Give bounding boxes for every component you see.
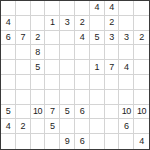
cell-r10c1-empty[interactable] — [1, 134, 16, 149]
cell-r6c1-empty[interactable] — [1, 75, 16, 90]
cell-r4c7-empty[interactable] — [90, 45, 105, 60]
cell-r1c3-empty[interactable] — [31, 1, 46, 16]
cell-r8c9-clue[interactable]: 10 — [119, 105, 134, 120]
cell-r4c8-empty[interactable] — [105, 45, 120, 60]
cell-r8c8-empty[interactable] — [105, 105, 120, 120]
cell-r6c8-empty[interactable] — [105, 75, 120, 90]
cell-r9c5-empty[interactable] — [60, 119, 75, 134]
cell-r1c5-empty[interactable] — [60, 1, 75, 16]
cell-r5c7-clue[interactable]: 1 — [90, 60, 105, 75]
cell-r3c2-clue[interactable]: 7 — [16, 31, 31, 46]
cell-r10c5-clue[interactable]: 9 — [60, 134, 75, 149]
cell-r9c7-empty[interactable] — [90, 119, 105, 134]
cell-r8c6-clue[interactable]: 6 — [75, 105, 90, 120]
cell-r6c7-empty[interactable] — [90, 75, 105, 90]
cell-r6c10-empty[interactable] — [134, 75, 149, 90]
cell-r3c9-clue[interactable]: 3 — [119, 31, 134, 46]
cell-r1c7-clue[interactable]: 4 — [90, 1, 105, 16]
cell-r2c1-clue[interactable]: 4 — [1, 16, 16, 31]
cell-r4c3-clue[interactable]: 8 — [31, 45, 46, 60]
cell-r7c5-empty[interactable] — [60, 90, 75, 105]
cell-r4c10-empty[interactable] — [134, 45, 149, 60]
cell-r2c10-empty[interactable] — [134, 16, 149, 31]
cell-r10c3-empty[interactable] — [31, 134, 46, 149]
cell-r7c8-empty[interactable] — [105, 90, 120, 105]
cell-r3c7-clue[interactable]: 5 — [90, 31, 105, 46]
cell-r3c3-clue[interactable]: 2 — [31, 31, 46, 46]
cell-r3c5-empty[interactable] — [60, 31, 75, 46]
cell-r5c6-empty[interactable] — [75, 60, 90, 75]
cell-r2c5-clue[interactable]: 3 — [60, 16, 75, 31]
cell-r1c6-empty[interactable] — [75, 1, 90, 16]
cell-r3c4-empty[interactable] — [45, 31, 60, 46]
cell-r9c3-empty[interactable] — [31, 119, 46, 134]
cell-r1c4-empty[interactable] — [45, 1, 60, 16]
cell-r6c9-empty[interactable] — [119, 75, 134, 90]
cell-r9c6-empty[interactable] — [75, 119, 90, 134]
cell-r6c3-empty[interactable] — [31, 75, 46, 90]
cell-r4c6-empty[interactable] — [75, 45, 90, 60]
cell-r10c8-empty[interactable] — [105, 134, 120, 149]
cell-r9c1-clue[interactable]: 4 — [1, 119, 16, 134]
cell-r7c6-empty[interactable] — [75, 90, 90, 105]
cell-r10c6-clue[interactable]: 6 — [75, 134, 90, 149]
cell-r10c9-empty[interactable] — [119, 134, 134, 149]
puzzle-board: 4441322672453328517451075610104256964 — [0, 0, 150, 150]
cell-r5c3-clue[interactable]: 5 — [31, 60, 46, 75]
cell-r8c3-clue[interactable]: 10 — [31, 105, 46, 120]
cell-r6c6-empty[interactable] — [75, 75, 90, 90]
cell-r9c4-clue[interactable]: 5 — [45, 119, 60, 134]
cell-r2c7-empty[interactable] — [90, 16, 105, 31]
cell-r1c8-clue[interactable]: 4 — [105, 1, 120, 16]
cell-r5c1-empty[interactable] — [1, 60, 16, 75]
cell-r4c9-empty[interactable] — [119, 45, 134, 60]
cell-r4c2-empty[interactable] — [16, 45, 31, 60]
cell-r10c4-empty[interactable] — [45, 134, 60, 149]
cell-r2c9-empty[interactable] — [119, 16, 134, 31]
cell-r10c10-clue[interactable]: 4 — [134, 134, 149, 149]
cell-r9c10-empty[interactable] — [134, 119, 149, 134]
cell-r5c8-clue[interactable]: 7 — [105, 60, 120, 75]
cell-r9c8-empty[interactable] — [105, 119, 120, 134]
cell-r3c10-clue[interactable]: 2 — [134, 31, 149, 46]
cell-r6c4-empty[interactable] — [45, 75, 60, 90]
cell-r7c4-empty[interactable] — [45, 90, 60, 105]
cell-r8c1-clue[interactable]: 5 — [1, 105, 16, 120]
cell-r5c9-clue[interactable]: 4 — [119, 60, 134, 75]
cell-r9c9-clue[interactable]: 6 — [119, 119, 134, 134]
cell-r5c4-empty[interactable] — [45, 60, 60, 75]
cell-r5c10-empty[interactable] — [134, 60, 149, 75]
cell-r8c4-clue[interactable]: 7 — [45, 105, 60, 120]
cell-r7c1-empty[interactable] — [1, 90, 16, 105]
cell-r8c2-empty[interactable] — [16, 105, 31, 120]
cell-r5c5-empty[interactable] — [60, 60, 75, 75]
cell-r7c2-empty[interactable] — [16, 90, 31, 105]
cell-r8c7-empty[interactable] — [90, 105, 105, 120]
cell-r4c4-empty[interactable] — [45, 45, 60, 60]
cell-r8c10-clue[interactable]: 10 — [134, 105, 149, 120]
cell-r4c1-empty[interactable] — [1, 45, 16, 60]
cell-r8c5-clue[interactable]: 5 — [60, 105, 75, 120]
cell-r5c2-empty[interactable] — [16, 60, 31, 75]
cell-r1c1-empty[interactable] — [1, 1, 16, 16]
cell-r7c7-empty[interactable] — [90, 90, 105, 105]
cell-r1c10-empty[interactable] — [134, 1, 149, 16]
cell-r7c9-empty[interactable] — [119, 90, 134, 105]
cell-r2c3-empty[interactable] — [31, 16, 46, 31]
cell-r3c1-clue[interactable]: 6 — [1, 31, 16, 46]
cell-r10c2-empty[interactable] — [16, 134, 31, 149]
cell-r2c2-empty[interactable] — [16, 16, 31, 31]
cell-r9c2-clue[interactable]: 2 — [16, 119, 31, 134]
cell-r2c6-clue[interactable]: 2 — [75, 16, 90, 31]
cell-r4c5-empty[interactable] — [60, 45, 75, 60]
cell-r3c6-clue[interactable]: 4 — [75, 31, 90, 46]
cell-r3c8-clue[interactable]: 3 — [105, 31, 120, 46]
cell-r2c4-clue[interactable]: 1 — [45, 16, 60, 31]
cell-r6c5-empty[interactable] — [60, 75, 75, 90]
cell-r1c9-empty[interactable] — [119, 1, 134, 16]
cell-r7c10-empty[interactable] — [134, 90, 149, 105]
cell-r10c7-empty[interactable] — [90, 134, 105, 149]
cell-r2c8-clue[interactable]: 2 — [105, 16, 120, 31]
cell-r7c3-empty[interactable] — [31, 90, 46, 105]
cell-r6c2-empty[interactable] — [16, 75, 31, 90]
cell-r1c2-empty[interactable] — [16, 1, 31, 16]
